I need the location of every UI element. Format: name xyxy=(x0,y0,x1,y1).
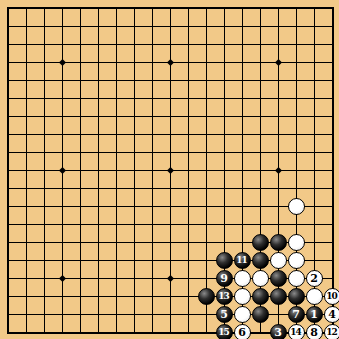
stone-black-move-5[interactable]: 5 xyxy=(216,306,233,323)
stone-black[interactable] xyxy=(270,288,287,305)
stone-black[interactable] xyxy=(198,288,215,305)
stone-white[interactable] xyxy=(288,198,305,215)
stone-black-move-11[interactable]: 11 xyxy=(234,252,251,269)
move-number-label: 13 xyxy=(218,291,229,300)
stone-white-move-14[interactable]: 14 xyxy=(288,324,305,339)
move-number-label: 14 xyxy=(290,327,301,336)
move-number-label: 6 xyxy=(238,326,246,337)
stone-black-move-7[interactable]: 7 xyxy=(288,306,305,323)
stone-black[interactable] xyxy=(252,252,269,269)
stone-black-move-13[interactable]: 13 xyxy=(216,288,233,305)
stone-black[interactable] xyxy=(252,288,269,305)
stone-white[interactable] xyxy=(288,234,305,251)
stone-white[interactable] xyxy=(234,306,251,323)
stone-white-move-10[interactable]: 10 xyxy=(324,288,339,305)
stone-black-move-15[interactable]: 15 xyxy=(216,324,233,339)
stone-white-move-4[interactable]: 4 xyxy=(324,306,339,323)
stone-white[interactable] xyxy=(234,270,251,287)
stone-black[interactable] xyxy=(252,306,269,323)
stone-black[interactable] xyxy=(216,252,233,269)
stone-white-move-2[interactable]: 2 xyxy=(306,270,323,287)
stone-black-move-1[interactable]: 1 xyxy=(306,306,323,323)
stone-white-move-12[interactable]: 12 xyxy=(324,324,339,339)
move-number-label: 11 xyxy=(236,255,247,264)
move-number-label: 15 xyxy=(218,327,229,336)
stone-white-move-8[interactable]: 8 xyxy=(306,324,323,339)
move-number-label: 12 xyxy=(326,327,337,336)
move-number-label: 8 xyxy=(310,326,318,337)
go-board[interactable]: 119213105714156314812 xyxy=(0,0,339,339)
stone-white[interactable] xyxy=(288,270,305,287)
stone-white[interactable] xyxy=(270,252,287,269)
stone-white[interactable] xyxy=(252,270,269,287)
move-number-label: 1 xyxy=(310,308,318,319)
stone-white[interactable] xyxy=(234,288,251,305)
move-number-label: 4 xyxy=(328,308,336,319)
stone-white[interactable] xyxy=(306,288,323,305)
stone-black[interactable] xyxy=(288,288,305,305)
stone-white-move-6[interactable]: 6 xyxy=(234,324,251,339)
move-number-label: 5 xyxy=(220,308,228,319)
stone-black[interactable] xyxy=(270,270,287,287)
move-number-label: 7 xyxy=(292,308,300,319)
stone-black[interactable] xyxy=(270,234,287,251)
move-number-label: 2 xyxy=(310,272,318,283)
stone-black-move-9[interactable]: 9 xyxy=(216,270,233,287)
stone-black[interactable] xyxy=(252,234,269,251)
stone-black-move-3[interactable]: 3 xyxy=(270,324,287,339)
move-number-label: 10 xyxy=(326,291,337,300)
stone-white[interactable] xyxy=(288,252,305,269)
move-number-label: 3 xyxy=(274,326,282,337)
move-number-label: 9 xyxy=(220,272,228,283)
